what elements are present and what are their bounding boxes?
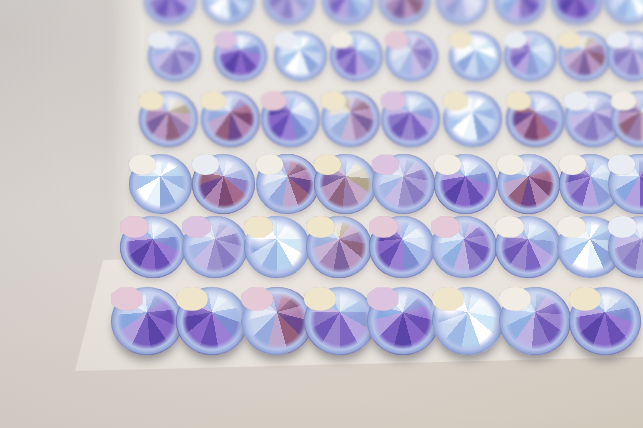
gem-table-facet (182, 216, 211, 238)
gem-table-facet (499, 287, 531, 311)
rhinestone (449, 31, 502, 81)
rhinestone (607, 31, 643, 81)
gem-table-facet (443, 91, 469, 110)
gem-table-facet (449, 31, 472, 48)
gem-table-facet (431, 216, 460, 238)
rhinestone (432, 287, 504, 355)
gem-table-facet (557, 216, 586, 238)
gem-table-facet (381, 91, 407, 110)
gem-sheen (144, 0, 196, 24)
gem-table-facet (434, 154, 462, 175)
rhinestone (321, 91, 380, 146)
rhinestone (504, 31, 557, 81)
gem-sheen (202, 0, 254, 24)
rhinestone (306, 216, 372, 278)
rhinestone (381, 91, 440, 146)
gem-table-facet (244, 216, 273, 238)
gem-table-facet (321, 91, 347, 110)
rhinestone (148, 31, 201, 81)
rhinestone (192, 154, 255, 213)
rhinestone (214, 31, 267, 81)
rhinestone (241, 287, 313, 355)
gem-table-facet (369, 216, 398, 238)
rhinestone (129, 154, 192, 213)
rhinestone (434, 154, 497, 213)
gem-table-facet (304, 287, 336, 311)
gem-table-facet (148, 31, 171, 48)
gem-sheen (378, 0, 430, 24)
gem-table-facet (330, 31, 353, 48)
gem-table-facet (176, 287, 208, 311)
gem-sheen (494, 0, 546, 24)
gem-table-facet (111, 287, 143, 311)
gem-table-facet (497, 154, 525, 175)
rhinestone (202, 0, 254, 24)
gem-table-facet (569, 287, 601, 311)
gem-sheen (551, 0, 603, 24)
rhinestone (604, 0, 643, 24)
gem-table-facet (608, 216, 637, 238)
rhinestone (497, 154, 560, 213)
gem-table-facet (564, 91, 590, 110)
gem-sheen (604, 0, 643, 24)
gem-table-facet (314, 154, 342, 175)
gem-table-facet (558, 31, 581, 48)
gem-table-facet (256, 154, 284, 175)
gem-table-facet (306, 216, 335, 238)
gem-table-facet (120, 216, 149, 238)
rhinestone (304, 287, 376, 355)
rhinestone (495, 216, 561, 278)
rhinestone (256, 154, 319, 213)
gem-table-facet (607, 31, 630, 48)
rhinestone (176, 287, 248, 355)
rhinestone (274, 31, 327, 81)
gem-table-facet (504, 31, 527, 48)
rhinestone (378, 0, 430, 24)
rhinestone (569, 287, 641, 355)
rhinestone (494, 0, 546, 24)
gem-table-facet (261, 91, 287, 110)
gem-table-facet (495, 216, 524, 238)
gem-table-facet (506, 91, 532, 110)
rhinestone (139, 91, 198, 146)
rhinestone (330, 31, 383, 81)
rhinestone (431, 216, 497, 278)
rhinestone (611, 91, 643, 146)
gem-table-facet (192, 154, 220, 175)
gem-table-facet (139, 91, 165, 110)
rhinestone (367, 287, 439, 355)
gem-table-facet (372, 154, 400, 175)
rhinestone (261, 91, 320, 146)
gem-sheen (263, 0, 315, 24)
gem-table-facet (432, 287, 464, 311)
rhinestone (558, 31, 611, 81)
rhinestone (244, 216, 310, 278)
rhinestone (120, 216, 186, 278)
rhinestone (263, 0, 315, 24)
gem-table-facet (385, 31, 408, 48)
gem-table-facet (559, 154, 587, 175)
rhinestone (551, 0, 603, 24)
rhinestone (436, 0, 488, 24)
gem-table-facet (241, 287, 273, 311)
rhinestone (443, 91, 502, 146)
rhinestone (499, 287, 571, 355)
gem-sheen (322, 0, 374, 24)
rhinestone (385, 31, 438, 81)
gem-table-facet (129, 154, 157, 175)
rhinestone (201, 91, 260, 146)
rhinestone (372, 154, 435, 213)
gem-table-facet (201, 91, 227, 110)
gem-table-facet (608, 154, 636, 175)
gem-table-facet (214, 31, 237, 48)
rhinestone (182, 216, 248, 278)
rhinestone (111, 287, 183, 355)
rhinestone (506, 91, 565, 146)
gem-table-facet (274, 31, 297, 48)
photo-rhinestone-sheet (0, 0, 643, 428)
rhinestone (369, 216, 435, 278)
rhinestone (314, 154, 377, 213)
gem-table-facet (611, 91, 637, 110)
gem-sheen (436, 0, 488, 24)
rhinestone (144, 0, 196, 24)
gem-table-facet (367, 287, 399, 311)
rhinestone (322, 0, 374, 24)
